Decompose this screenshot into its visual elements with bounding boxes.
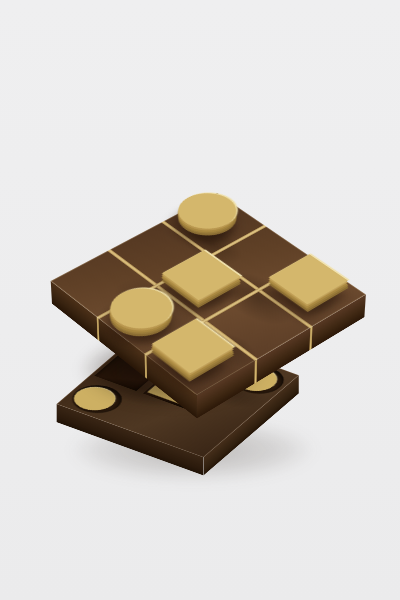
board-layer: ● ■ ■ ● ■	[0, 0, 400, 600]
board-grid: ● ■ ■ ● ■	[51, 193, 366, 395]
board-piece[interactable]: ●	[162, 178, 263, 239]
product-photo-scene: ● ■ ● ● ■ ■ ● ■	[0, 0, 400, 600]
game-board: ● ■ ■ ● ■	[51, 193, 366, 395]
